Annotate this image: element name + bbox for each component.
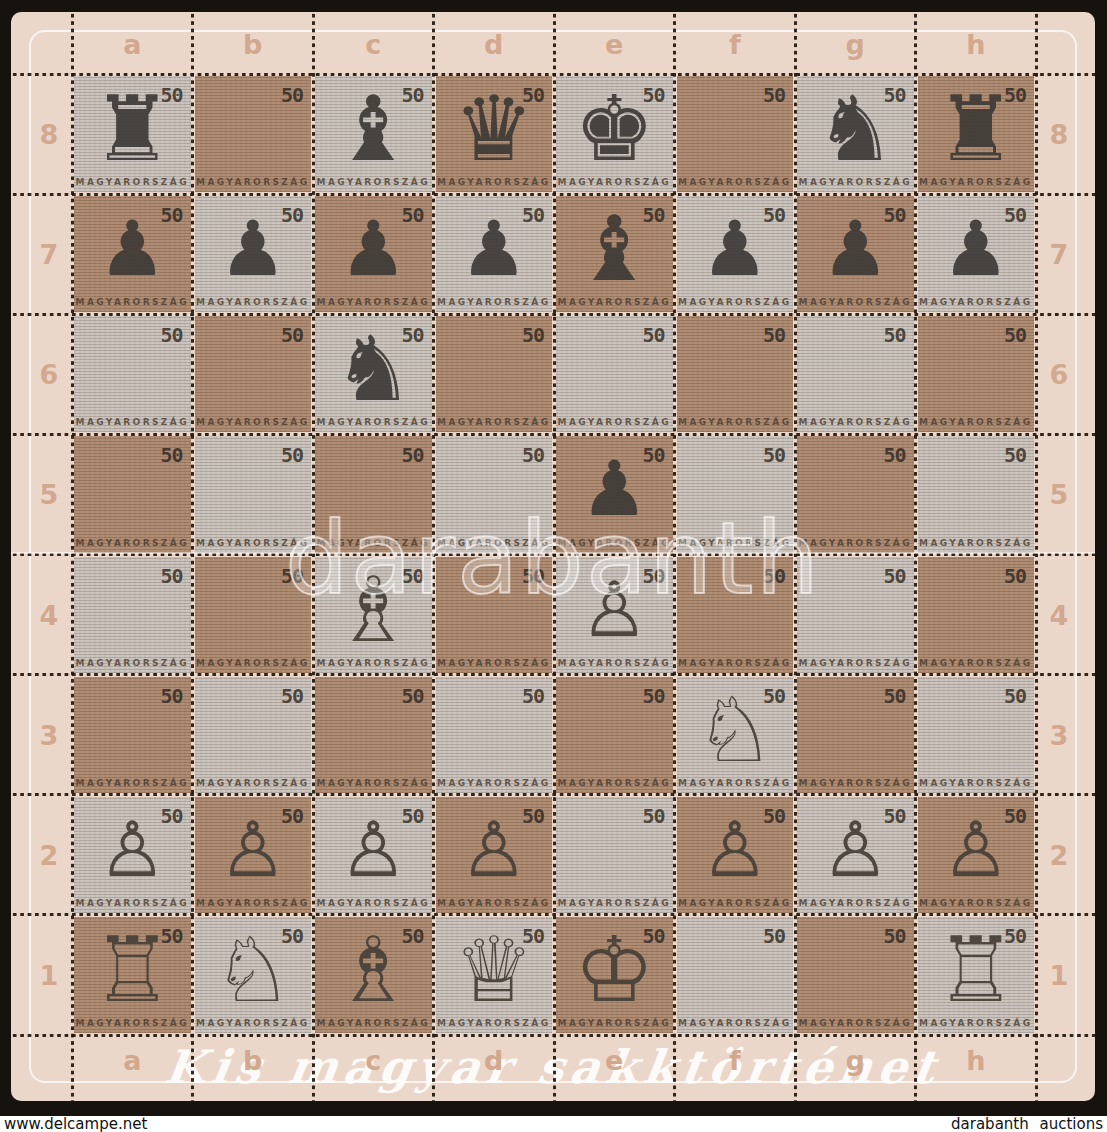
white-pawn-a2: ♙ (74, 801, 191, 899)
country-label: MAGYARORSZÁG (74, 538, 191, 548)
stamp-square-h1: 50♖MAGYARORSZÁG (918, 917, 1035, 1033)
watermark-text: darabanth (285, 509, 821, 609)
country-label: MAGYARORSZÁG (797, 417, 914, 427)
footer-left-text: www.delcampe.net (4, 1116, 147, 1132)
stamp-square-c2: 50♙MAGYARORSZÁG (315, 797, 432, 913)
stamp-square-g3: 50MAGYARORSZÁG (797, 677, 914, 793)
footer-bar: www.delcampe.net darabanth auctions (0, 1116, 1107, 1132)
perforation-row (11, 912, 1095, 917)
stamp-square-c6: 50♞MAGYARORSZÁG (315, 316, 432, 432)
denomination-label: 50 (522, 443, 544, 467)
stamp-square-a1: 50♖MAGYARORSZÁG (74, 917, 191, 1033)
rank-label-right-4: 4 (1050, 599, 1069, 630)
country-label: MAGYARORSZÁG (315, 778, 432, 788)
country-label: MAGYARORSZÁG (315, 898, 432, 908)
stamp-square-a8: 50♜MAGYARORSZÁG (74, 76, 191, 192)
denomination-label: 50 (401, 443, 423, 467)
stamp-square-b2: 50♙MAGYARORSZÁG (195, 797, 312, 913)
stamp-square-a4: 50MAGYARORSZÁG (74, 557, 191, 673)
denomination-label: 50 (883, 924, 905, 948)
country-label: MAGYARORSZÁG (556, 177, 673, 187)
denomination-label: 50 (642, 804, 664, 828)
country-label: MAGYARORSZÁG (74, 898, 191, 908)
perforation-row (11, 672, 1095, 677)
country-label: MAGYARORSZÁG (918, 297, 1035, 307)
country-label: MAGYARORSZÁG (677, 297, 794, 307)
country-label: MAGYARORSZÁG (677, 898, 794, 908)
denomination-label: 50 (1004, 443, 1026, 467)
stamp-square-h2: 50♙MAGYARORSZÁG (918, 797, 1035, 913)
black-knight-g8: ♞ (797, 80, 914, 178)
stamp-square-b7: 50♟MAGYARORSZÁG (195, 196, 312, 312)
stamp-square-e6: 50MAGYARORSZÁG (556, 316, 673, 432)
country-label: MAGYARORSZÁG (677, 177, 794, 187)
white-pawn-b2: ♙ (195, 801, 312, 899)
rank-label-left-8: 8 (40, 119, 59, 150)
stamp-square-g2: 50♙MAGYARORSZÁG (797, 797, 914, 913)
country-label: MAGYARORSZÁG (315, 417, 432, 427)
country-label: MAGYARORSZÁG (556, 658, 673, 668)
country-label: MAGYARORSZÁG (556, 778, 673, 788)
stamp-square-b6: 50MAGYARORSZÁG (195, 316, 312, 432)
denomination-label: 50 (763, 443, 785, 467)
rank-label-right-3: 3 (1050, 719, 1069, 750)
rank-label-left-2: 2 (40, 839, 59, 870)
stamp-square-e1: 50♔MAGYARORSZÁG (556, 917, 673, 1033)
country-label: MAGYARORSZÁG (918, 417, 1035, 427)
file-label-bottom-f: f (729, 1045, 741, 1076)
country-label: MAGYARORSZÁG (195, 778, 312, 788)
file-label-top-c: c (365, 29, 381, 60)
stamp-square-b8: 50MAGYARORSZÁG (195, 76, 312, 192)
stamp-square-h6: 50MAGYARORSZÁG (918, 316, 1035, 432)
country-label: MAGYARORSZÁG (315, 297, 432, 307)
white-bishop-c1: ♗ (315, 921, 432, 1019)
rank-label-left-1: 1 (40, 959, 59, 990)
denomination-label: 50 (883, 684, 905, 708)
country-label: MAGYARORSZÁG (436, 417, 553, 427)
perforation-row (11, 1033, 1095, 1038)
white-rook-a1: ♖ (74, 921, 191, 1019)
denomination-label: 50 (883, 323, 905, 347)
stamp-square-b1: 50♘MAGYARORSZÁG (195, 917, 312, 1033)
white-pawn-g2: ♙ (797, 801, 914, 899)
black-pawn-d7: ♟ (436, 200, 553, 298)
stamp-square-a2: 50♙MAGYARORSZÁG (74, 797, 191, 913)
stamp-sheet: Kis magyar sakktörténet 50♜MAGYARORSZÁG5… (11, 12, 1095, 1101)
denomination-label: 50 (522, 323, 544, 347)
rank-label-right-6: 6 (1050, 359, 1069, 390)
white-pawn-d2: ♙ (436, 801, 553, 899)
stamp-square-c7: 50♟MAGYARORSZÁG (315, 196, 432, 312)
denomination-label: 50 (160, 684, 182, 708)
black-pawn-g7: ♟ (797, 200, 914, 298)
stamp-square-c3: 50MAGYARORSZÁG (315, 677, 432, 793)
rank-label-right-8: 8 (1050, 119, 1069, 150)
perforation-column (913, 12, 918, 1101)
stamp-square-h3: 50MAGYARORSZÁG (918, 677, 1035, 793)
stamp-square-f8: 50MAGYARORSZÁG (677, 76, 794, 192)
black-bishop-e7: ♝ (556, 200, 673, 298)
black-rook-h8: ♜ (918, 80, 1035, 178)
stamp-square-h7: 50♟MAGYARORSZÁG (918, 196, 1035, 312)
file-label-bottom-c: c (365, 1045, 381, 1076)
country-label: MAGYARORSZÁG (195, 177, 312, 187)
stamp-square-f2: 50♙MAGYARORSZÁG (677, 797, 794, 913)
file-label-top-e: e (605, 29, 623, 60)
file-label-bottom-e: e (605, 1045, 623, 1076)
country-label: MAGYARORSZÁG (195, 1018, 312, 1028)
country-label: MAGYARORSZÁG (918, 658, 1035, 668)
country-label: MAGYARORSZÁG (797, 1018, 914, 1028)
country-label: MAGYARORSZÁG (918, 1018, 1035, 1028)
country-label: MAGYARORSZÁG (195, 898, 312, 908)
white-knight-b1: ♘ (195, 921, 312, 1019)
rank-label-right-5: 5 (1050, 479, 1069, 510)
file-label-bottom-h: h (966, 1045, 985, 1076)
black-pawn-c7: ♟ (315, 200, 432, 298)
file-label-bottom-d: d (484, 1045, 503, 1076)
stamp-square-e2: 50MAGYARORSZÁG (556, 797, 673, 913)
black-pawn-h7: ♟ (918, 200, 1035, 298)
stamp-square-a3: 50MAGYARORSZÁG (74, 677, 191, 793)
file-label-bottom-a: a (123, 1045, 141, 1076)
country-label: MAGYARORSZÁG (195, 297, 312, 307)
rank-label-right-2: 2 (1050, 839, 1069, 870)
denomination-label: 50 (281, 443, 303, 467)
white-rook-h1: ♖ (918, 921, 1035, 1019)
country-label: MAGYARORSZÁG (677, 658, 794, 668)
country-label: MAGYARORSZÁG (436, 658, 553, 668)
country-label: MAGYARORSZÁG (436, 177, 553, 187)
rank-label-left-3: 3 (40, 719, 59, 750)
stamp-square-d6: 50MAGYARORSZÁG (436, 316, 553, 432)
denomination-label: 50 (522, 684, 544, 708)
denomination-label: 50 (883, 443, 905, 467)
country-label: MAGYARORSZÁG (74, 1018, 191, 1028)
denomination-label: 50 (883, 564, 905, 588)
file-label-bottom-g: g (846, 1045, 865, 1076)
denomination-label: 50 (642, 323, 664, 347)
footer-right-text: darabanth auctions (951, 1116, 1103, 1132)
black-pawn-f7: ♟ (677, 200, 794, 298)
white-pawn-h2: ♙ (918, 801, 1035, 899)
country-label: MAGYARORSZÁG (436, 1018, 553, 1028)
denomination-label: 50 (763, 83, 785, 107)
stamp-square-d7: 50♟MAGYARORSZÁG (436, 196, 553, 312)
stamp-square-h8: 50♜MAGYARORSZÁG (918, 76, 1035, 192)
stamp-square-g6: 50MAGYARORSZÁG (797, 316, 914, 432)
denomination-label: 50 (160, 564, 182, 588)
rank-label-right-1: 1 (1050, 959, 1069, 990)
denomination-label: 50 (281, 83, 303, 107)
rank-label-left-7: 7 (40, 239, 59, 270)
country-label: MAGYARORSZÁG (195, 658, 312, 668)
country-label: MAGYARORSZÁG (556, 898, 673, 908)
white-pawn-c2: ♙ (315, 801, 432, 899)
stamp-square-f1: 50MAGYARORSZÁG (677, 917, 794, 1033)
stamp-square-g8: 50♞MAGYARORSZÁG (797, 76, 914, 192)
black-pawn-a7: ♟ (74, 200, 191, 298)
denomination-label: 50 (1004, 684, 1026, 708)
country-label: MAGYARORSZÁG (918, 177, 1035, 187)
country-label: MAGYARORSZÁG (315, 658, 432, 668)
country-label: MAGYARORSZÁG (797, 177, 914, 187)
country-label: MAGYARORSZÁG (74, 417, 191, 427)
stamp-square-f7: 50♟MAGYARORSZÁG (677, 196, 794, 312)
file-label-top-a: a (123, 29, 141, 60)
file-label-top-b: b (243, 29, 262, 60)
stamp-square-a5: 50MAGYARORSZÁG (74, 436, 191, 552)
country-label: MAGYARORSZÁG (918, 778, 1035, 788)
denomination-label: 50 (763, 323, 785, 347)
white-pawn-f2: ♙ (677, 801, 794, 899)
stamp-square-e8: 50♚MAGYARORSZÁG (556, 76, 673, 192)
denomination-label: 50 (401, 684, 423, 708)
country-label: MAGYARORSZÁG (918, 898, 1035, 908)
country-label: MAGYARORSZÁG (797, 898, 914, 908)
country-label: MAGYARORSZÁG (195, 417, 312, 427)
country-label: MAGYARORSZÁG (556, 417, 673, 427)
perforation-column (1034, 12, 1039, 1101)
stamp-square-d3: 50MAGYARORSZÁG (436, 677, 553, 793)
black-king-e8: ♚ (556, 80, 673, 178)
stamp-square-b3: 50MAGYARORSZÁG (195, 677, 312, 793)
stamp-square-d2: 50♙MAGYARORSZÁG (436, 797, 553, 913)
stamp-square-a7: 50♟MAGYARORSZÁG (74, 196, 191, 312)
country-label: MAGYARORSZÁG (436, 297, 553, 307)
perforation-row (11, 792, 1095, 797)
denomination-label: 50 (763, 924, 785, 948)
white-queen-d1: ♕ (436, 921, 553, 1019)
stamp-square-d1: 50♕MAGYARORSZÁG (436, 917, 553, 1033)
country-label: MAGYARORSZÁG (797, 778, 914, 788)
file-label-top-d: d (484, 29, 503, 60)
stamp-square-e3: 50MAGYARORSZÁG (556, 677, 673, 793)
denomination-label: 50 (1004, 323, 1026, 347)
country-label: MAGYARORSZÁG (436, 778, 553, 788)
rank-label-left-4: 4 (40, 599, 59, 630)
stamp-square-h4: 50MAGYARORSZÁG (918, 557, 1035, 673)
denomination-label: 50 (1004, 564, 1026, 588)
country-label: MAGYARORSZÁG (797, 297, 914, 307)
stamp-square-d8: 50♛MAGYARORSZÁG (436, 76, 553, 192)
country-label: MAGYARORSZÁG (74, 778, 191, 788)
stamp-square-f6: 50MAGYARORSZÁG (677, 316, 794, 432)
denomination-label: 50 (160, 323, 182, 347)
country-label: MAGYARORSZÁG (74, 658, 191, 668)
country-label: MAGYARORSZÁG (74, 177, 191, 187)
stamp-square-c8: 50♝MAGYARORSZÁG (315, 76, 432, 192)
black-queen-d8: ♛ (436, 80, 553, 178)
stamp-square-g1: 50MAGYARORSZÁG (797, 917, 914, 1033)
country-label: MAGYARORSZÁG (436, 898, 553, 908)
stamp-square-a6: 50MAGYARORSZÁG (74, 316, 191, 432)
country-label: MAGYARORSZÁG (556, 1018, 673, 1028)
white-king-e1: ♔ (556, 921, 673, 1019)
country-label: MAGYARORSZÁG (315, 177, 432, 187)
stamp-square-f3: 50♘MAGYARORSZÁG (677, 677, 794, 793)
country-label: MAGYARORSZÁG (918, 538, 1035, 548)
country-label: MAGYARORSZÁG (677, 417, 794, 427)
black-pawn-b7: ♟ (195, 200, 312, 298)
country-label: MAGYARORSZÁG (556, 297, 673, 307)
file-label-bottom-b: b (243, 1045, 262, 1076)
rank-label-left-5: 5 (40, 479, 59, 510)
black-bishop-c8: ♝ (315, 80, 432, 178)
country-label: MAGYARORSZÁG (677, 1018, 794, 1028)
rank-label-right-7: 7 (1050, 239, 1069, 270)
denomination-label: 50 (281, 323, 303, 347)
rank-label-left-6: 6 (40, 359, 59, 390)
stamp-square-e7: 50♝MAGYARORSZÁG (556, 196, 673, 312)
denomination-label: 50 (160, 443, 182, 467)
white-knight-f3: ♘ (677, 681, 794, 779)
black-knight-c6: ♞ (315, 320, 432, 418)
black-rook-a8: ♜ (74, 80, 191, 178)
stamp-square-c1: 50♗MAGYARORSZÁG (315, 917, 432, 1033)
file-label-top-f: f (729, 29, 741, 60)
denomination-label: 50 (642, 684, 664, 708)
country-label: MAGYARORSZÁG (315, 1018, 432, 1028)
stamp-square-g7: 50♟MAGYARORSZÁG (797, 196, 914, 312)
file-label-top-g: g (846, 29, 865, 60)
country-label: MAGYARORSZÁG (677, 778, 794, 788)
stamp-square-h5: 50MAGYARORSZÁG (918, 436, 1035, 552)
stamp-sheet-photo: Kis magyar sakktörténet 50♜MAGYARORSZÁG5… (0, 0, 1107, 1132)
country-label: MAGYARORSZÁG (74, 297, 191, 307)
country-label: MAGYARORSZÁG (797, 658, 914, 668)
file-label-top-h: h (966, 29, 985, 60)
denomination-label: 50 (281, 684, 303, 708)
